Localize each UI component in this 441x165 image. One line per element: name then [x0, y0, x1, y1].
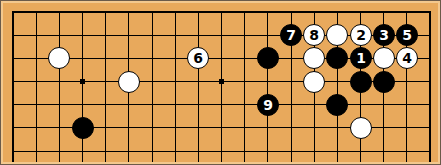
stone-black [326, 47, 348, 69]
stone-black [72, 117, 94, 139]
grid-line-vertical [152, 11, 153, 162]
move-number-label: 4 [402, 51, 412, 65]
grid-line-vertical [221, 11, 222, 162]
stone-black-move-9: 9 [257, 94, 279, 116]
star-point [219, 79, 224, 84]
stone-white [350, 117, 372, 139]
move-number-label: 8 [309, 28, 319, 42]
stone-white-move-2: 2 [350, 24, 372, 46]
stone-white-move-4: 4 [396, 47, 418, 69]
star-point [80, 79, 85, 84]
stone-white [373, 47, 395, 69]
stone-black [373, 71, 395, 93]
grid-line-vertical [198, 11, 199, 162]
grid-line-vertical [244, 11, 245, 162]
move-number-label: 2 [356, 28, 366, 42]
grid-line-vertical [59, 11, 60, 162]
stone-black [326, 94, 348, 116]
grid-line-vertical [36, 11, 37, 162]
grid-line-vertical [82, 11, 83, 162]
stone-white-move-8: 8 [303, 24, 325, 46]
move-number-label: 9 [263, 98, 273, 112]
move-number-label: 1 [356, 51, 366, 65]
move-number-label: 3 [379, 28, 389, 42]
move-number-label: 5 [402, 28, 412, 42]
grid-line-vertical [105, 11, 106, 162]
go-board: 697823514 [0, 0, 441, 165]
stone-black-move-3: 3 [373, 24, 395, 46]
stone-white [118, 71, 140, 93]
stone-black [257, 47, 279, 69]
stone-white [303, 71, 325, 93]
move-number-label: 7 [286, 28, 296, 42]
stone-black [350, 71, 372, 93]
stone-black-move-7: 7 [280, 24, 302, 46]
stone-black-move-1: 1 [350, 47, 372, 69]
stone-black-move-5: 5 [396, 24, 418, 46]
stone-white [303, 47, 325, 69]
stone-white [326, 24, 348, 46]
grid-line-vertical [429, 11, 431, 162]
grid-line-vertical [12, 11, 14, 162]
grid-line-vertical [175, 11, 176, 162]
stone-white-move-6: 6 [187, 47, 209, 69]
move-number-label: 6 [193, 51, 203, 65]
stone-white [48, 47, 70, 69]
grid-line-vertical [267, 11, 268, 162]
